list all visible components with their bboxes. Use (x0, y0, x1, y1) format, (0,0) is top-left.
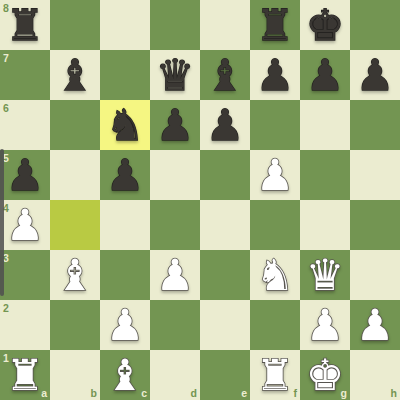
square-c1[interactable]: c♝ (100, 350, 150, 400)
white-pawn-a4[interactable]: ♟ (0, 200, 50, 250)
square-c3[interactable] (100, 250, 150, 300)
square-f5[interactable]: ♟ (250, 150, 300, 200)
square-f3[interactable]: ♞ (250, 250, 300, 300)
black-pawn-d6[interactable]: ♟ (150, 100, 200, 150)
square-d4[interactable] (150, 200, 200, 250)
square-f7[interactable]: ♟ (250, 50, 300, 100)
file-label-h: h (391, 387, 397, 399)
square-h8[interactable] (350, 0, 400, 50)
square-e1[interactable]: e (200, 350, 250, 400)
square-d3[interactable]: ♟ (150, 250, 200, 300)
square-a1[interactable]: 1a♜ (0, 350, 50, 400)
square-f1[interactable]: f♜ (250, 350, 300, 400)
white-bishop-b3[interactable]: ♝ (50, 250, 100, 300)
square-h6[interactable] (350, 100, 400, 150)
white-pawn-g2[interactable]: ♟ (300, 300, 350, 350)
file-label-e: e (241, 387, 247, 399)
square-b1[interactable]: b (50, 350, 100, 400)
square-g4[interactable] (300, 200, 350, 250)
rank-label-7: 7 (3, 52, 9, 64)
white-knight-f3[interactable]: ♞ (250, 250, 300, 300)
white-queen-g3[interactable]: ♛ (300, 250, 350, 300)
black-pawn-c5[interactable]: ♟ (100, 150, 150, 200)
square-b3[interactable]: ♝ (50, 250, 100, 300)
file-label-d: d (191, 387, 197, 399)
black-pawn-g7[interactable]: ♟ (300, 50, 350, 100)
square-d6[interactable]: ♟ (150, 100, 200, 150)
white-pawn-h2[interactable]: ♟ (350, 300, 400, 350)
square-f4[interactable] (250, 200, 300, 250)
square-c8[interactable] (100, 0, 150, 50)
square-d8[interactable] (150, 0, 200, 50)
white-king-g1[interactable]: ♚ (300, 350, 350, 400)
square-a3[interactable]: 3 (0, 250, 50, 300)
square-d1[interactable]: d (150, 350, 200, 400)
black-rook-f8[interactable]: ♜ (250, 0, 300, 50)
black-king-g8[interactable]: ♚ (300, 0, 350, 50)
rank-label-6: 6 (3, 102, 9, 114)
square-a2[interactable]: 2 (0, 300, 50, 350)
square-f6[interactable] (250, 100, 300, 150)
white-pawn-c2[interactable]: ♟ (100, 300, 150, 350)
file-label-b: b (91, 387, 97, 399)
square-e6[interactable]: ♟ (200, 100, 250, 150)
square-a8[interactable]: 8♜ (0, 0, 50, 50)
square-a4[interactable]: 4♟ (0, 200, 50, 250)
square-e7[interactable]: ♝ (200, 50, 250, 100)
white-pawn-f5[interactable]: ♟ (250, 150, 300, 200)
white-rook-f1[interactable]: ♜ (250, 350, 300, 400)
square-g1[interactable]: g♚ (300, 350, 350, 400)
black-pawn-f7[interactable]: ♟ (250, 50, 300, 100)
black-knight-c6[interactable]: ♞ (100, 100, 150, 150)
square-b6[interactable] (50, 100, 100, 150)
black-pawn-a5[interactable]: ♟ (0, 150, 50, 200)
square-h7[interactable]: ♟ (350, 50, 400, 100)
square-c7[interactable] (100, 50, 150, 100)
square-b5[interactable] (50, 150, 100, 200)
black-queen-d7[interactable]: ♛ (150, 50, 200, 100)
black-bishop-b7[interactable]: ♝ (50, 50, 100, 100)
square-c5[interactable]: ♟ (100, 150, 150, 200)
square-h5[interactable] (350, 150, 400, 200)
white-bishop-c1[interactable]: ♝ (100, 350, 150, 400)
square-e8[interactable] (200, 0, 250, 50)
square-a6[interactable]: 6 (0, 100, 50, 150)
square-h1[interactable]: h (350, 350, 400, 400)
square-a5[interactable]: 5♟ (0, 150, 50, 200)
white-rook-a1[interactable]: ♜ (0, 350, 50, 400)
square-h2[interactable]: ♟ (350, 300, 400, 350)
white-pawn-d3[interactable]: ♟ (150, 250, 200, 300)
square-d2[interactable] (150, 300, 200, 350)
square-g3[interactable]: ♛ (300, 250, 350, 300)
black-bishop-e7[interactable]: ♝ (200, 50, 250, 100)
board-container: 8♜♜♚7♝♛♝♟♟♟6♞♟♟5♟♟♟4♟3♝♟♞♛2♟♟♟1a♜bc♝def♜… (0, 0, 400, 400)
square-c6[interactable]: ♞ (100, 100, 150, 150)
square-h4[interactable] (350, 200, 400, 250)
black-rook-a8[interactable]: ♜ (0, 0, 50, 50)
square-f2[interactable] (250, 300, 300, 350)
rank-label-2: 2 (3, 302, 9, 314)
chess-board[interactable]: 8♜♜♚7♝♛♝♟♟♟6♞♟♟5♟♟♟4♟3♝♟♞♛2♟♟♟1a♜bc♝def♜… (0, 0, 400, 400)
square-b4[interactable] (50, 200, 100, 250)
square-b7[interactable]: ♝ (50, 50, 100, 100)
black-pawn-e6[interactable]: ♟ (200, 100, 250, 150)
square-g2[interactable]: ♟ (300, 300, 350, 350)
square-e4[interactable] (200, 200, 250, 250)
square-g7[interactable]: ♟ (300, 50, 350, 100)
square-a7[interactable]: 7 (0, 50, 50, 100)
square-g8[interactable]: ♚ (300, 0, 350, 50)
square-b2[interactable] (50, 300, 100, 350)
square-e3[interactable] (200, 250, 250, 300)
black-pawn-h7[interactable]: ♟ (350, 50, 400, 100)
scrollbar-thumb[interactable] (0, 149, 4, 296)
square-g5[interactable] (300, 150, 350, 200)
square-e2[interactable] (200, 300, 250, 350)
square-f8[interactable]: ♜ (250, 0, 300, 50)
square-g6[interactable] (300, 100, 350, 150)
square-h3[interactable] (350, 250, 400, 300)
square-c2[interactable]: ♟ (100, 300, 150, 350)
square-d7[interactable]: ♛ (150, 50, 200, 100)
square-e5[interactable] (200, 150, 250, 200)
square-b8[interactable] (50, 0, 100, 50)
square-d5[interactable] (150, 150, 200, 200)
square-c4[interactable] (100, 200, 150, 250)
